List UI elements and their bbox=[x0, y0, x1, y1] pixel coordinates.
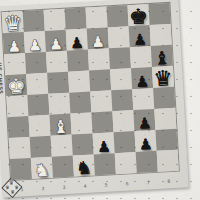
board-square bbox=[89, 69, 111, 91]
board-square bbox=[25, 52, 47, 74]
board-square bbox=[132, 88, 154, 110]
board-square bbox=[4, 53, 26, 75]
crown-icon: ♛ bbox=[5, 185, 10, 190]
board-square: ♟ bbox=[131, 67, 153, 89]
chess-mat: US CHESS ♛♛♛♛ ♛♚♟♟♟♟♟♟♝♚♟♛♝♟♟♟♞♞ 1234567… bbox=[0, 0, 189, 198]
board-square: ♞ bbox=[73, 154, 95, 176]
chess-piece-black-queen: ♛ bbox=[152, 66, 174, 88]
board-square bbox=[72, 133, 94, 155]
board-square bbox=[10, 158, 32, 180]
board-square bbox=[153, 87, 175, 109]
board-square bbox=[114, 131, 136, 153]
board-square bbox=[86, 6, 108, 28]
board-square bbox=[111, 89, 133, 111]
board-square bbox=[67, 50, 89, 72]
board-square: ♟ bbox=[133, 109, 155, 131]
board-square bbox=[109, 47, 131, 69]
coordinate-label: 4 bbox=[83, 183, 86, 189]
chess-piece-white-pawn: ♟ bbox=[45, 30, 67, 52]
board-square bbox=[6, 95, 28, 117]
board-square bbox=[108, 26, 130, 48]
chess-piece-black-pawn: ♟ bbox=[133, 109, 155, 131]
board-square bbox=[70, 112, 92, 134]
board-square: ♝ bbox=[151, 45, 173, 67]
coordinate-label: 6 bbox=[125, 180, 128, 186]
board-square: ♛ bbox=[152, 66, 174, 88]
board-square bbox=[157, 150, 179, 172]
board-square bbox=[44, 9, 66, 31]
board-square bbox=[30, 136, 52, 158]
board-square bbox=[106, 5, 128, 27]
board-square bbox=[90, 90, 112, 112]
board-square: ♟ bbox=[3, 32, 25, 54]
board-square bbox=[27, 94, 49, 116]
board-square bbox=[47, 72, 69, 94]
board-square bbox=[48, 93, 70, 115]
coordinate-label: 3 bbox=[62, 184, 65, 190]
coordinate-label: 8 bbox=[167, 178, 170, 184]
board-square bbox=[26, 73, 48, 95]
chess-piece-black-pawn: ♟ bbox=[134, 130, 156, 152]
chess-piece-black-knight: ♞ bbox=[73, 154, 95, 176]
board-square bbox=[46, 51, 68, 73]
board-square bbox=[94, 153, 116, 175]
chess-piece-black-king: ♚ bbox=[127, 4, 149, 26]
coordinate-label: 7 bbox=[146, 179, 149, 185]
chess-piece-white-bishop: ♝ bbox=[49, 114, 71, 136]
board-square bbox=[112, 110, 134, 132]
board-square bbox=[115, 152, 137, 174]
bottom-edge-coordinate-labels: 12345678 bbox=[11, 176, 179, 193]
board-square bbox=[65, 8, 87, 30]
board-square bbox=[8, 116, 30, 138]
board-square bbox=[68, 71, 90, 93]
board-square bbox=[148, 3, 170, 25]
board-square bbox=[52, 156, 74, 178]
board-square bbox=[9, 137, 31, 159]
chess-piece-black-pawn: ♟ bbox=[129, 25, 151, 47]
board-square: ♟ bbox=[66, 29, 88, 51]
board-square: ♟ bbox=[129, 25, 151, 47]
board-square bbox=[154, 108, 176, 130]
photo-chess-scene: US CHESS ♛♛♛♛ ♛♚♟♟♟♟♟♟♝♚♟♛♝♟♟♟♞♞ 1234567… bbox=[0, 0, 200, 200]
chess-piece-white-queen: ♛ bbox=[2, 11, 24, 33]
board-square: ♚ bbox=[5, 74, 27, 96]
board-square: ♟ bbox=[93, 132, 115, 154]
board-square bbox=[150, 24, 172, 46]
board-square: ♛ bbox=[2, 11, 24, 33]
chess-piece-black-bishop: ♝ bbox=[151, 45, 173, 67]
board-square: ♚ bbox=[127, 4, 149, 26]
board-square bbox=[23, 10, 45, 32]
board-square: ♟ bbox=[87, 27, 109, 49]
board-square: ♟ bbox=[134, 130, 156, 152]
coordinate-label: 2 bbox=[41, 185, 44, 191]
chess-board: ♛♚♟♟♟♟♟♟♝♚♟♛♝♟♟♟♞♞ bbox=[2, 3, 179, 180]
board-square bbox=[51, 135, 73, 157]
board-square: ♝ bbox=[49, 114, 71, 136]
board-square bbox=[136, 151, 158, 173]
chess-piece-black-pawn: ♟ bbox=[66, 29, 88, 51]
chess-piece-white-pawn: ♟ bbox=[24, 31, 46, 53]
board-square bbox=[88, 48, 110, 70]
chess-piece-white-knight: ♞ bbox=[31, 157, 53, 179]
board-square bbox=[28, 115, 50, 137]
board-square bbox=[69, 91, 91, 113]
coordinate-label: 5 bbox=[104, 181, 107, 187]
chess-piece-white-pawn: ♟ bbox=[87, 27, 109, 49]
chess-piece-white-king: ♚ bbox=[5, 74, 27, 96]
board-square bbox=[91, 111, 113, 133]
board-square: ♟ bbox=[45, 30, 67, 52]
board-square bbox=[155, 129, 177, 151]
board-square: ♟ bbox=[24, 31, 46, 53]
chess-piece-white-pawn: ♟ bbox=[3, 32, 25, 54]
mat-brand-text: US CHESS bbox=[0, 62, 4, 94]
board-square: ♞ bbox=[31, 157, 53, 179]
board-square bbox=[130, 46, 152, 68]
chess-piece-black-pawn: ♟ bbox=[93, 132, 115, 154]
chess-piece-black-pawn: ♟ bbox=[131, 67, 153, 89]
coordinate-label: 1 bbox=[20, 186, 23, 192]
board-square bbox=[110, 68, 132, 90]
